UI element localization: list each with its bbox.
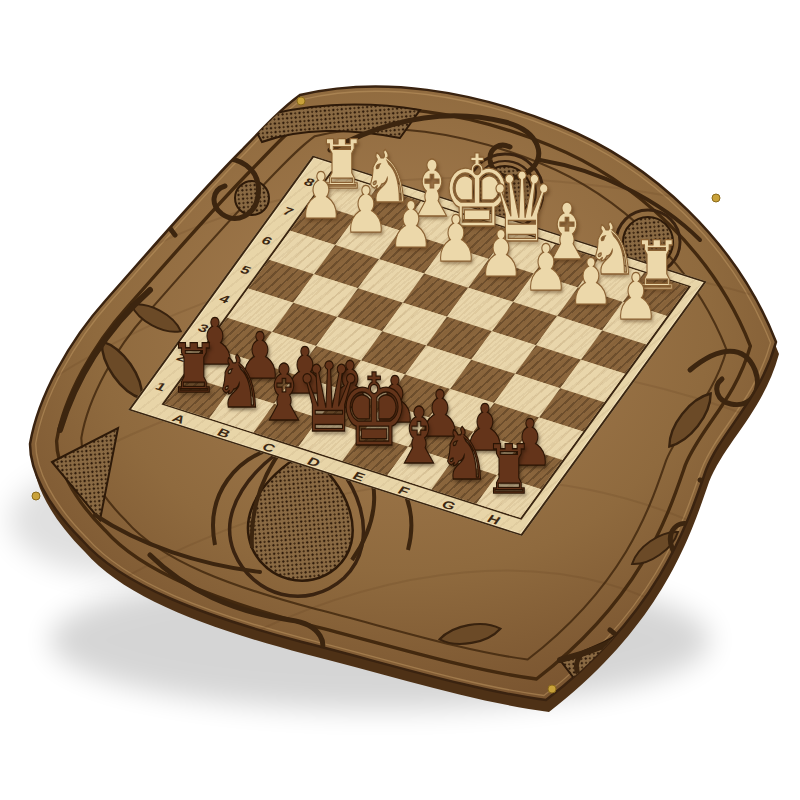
piece-light-pawn-c7[interactable]: ♟: [388, 193, 434, 257]
piece-light-pawn-a7[interactable]: ♟: [298, 164, 344, 228]
piece-light-pawn-d7[interactable]: ♟: [433, 207, 479, 271]
piece-light-pawn-h7[interactable]: ♟: [613, 265, 659, 329]
piece-light-pawn-g7[interactable]: ♟: [568, 250, 614, 314]
piece-light-pawn-b7[interactable]: ♟: [343, 178, 389, 242]
piece-dark-rook-a1[interactable]: ♜: [169, 335, 218, 403]
piece-light-pawn-e7[interactable]: ♟: [478, 222, 524, 286]
piece-light-pawn-f7[interactable]: ♟: [523, 236, 569, 300]
piece-dark-rook-h1[interactable]: ♜: [484, 436, 533, 504]
product-photo-chess-board: 12345678ABCDEFGH ♜♞♝♟♚♟♛♟♝♟♞♟♜♟♟♟♟♟♟♜♟♞♟…: [0, 0, 800, 800]
piece-dark-knight-g1[interactable]: ♞: [438, 418, 490, 490]
